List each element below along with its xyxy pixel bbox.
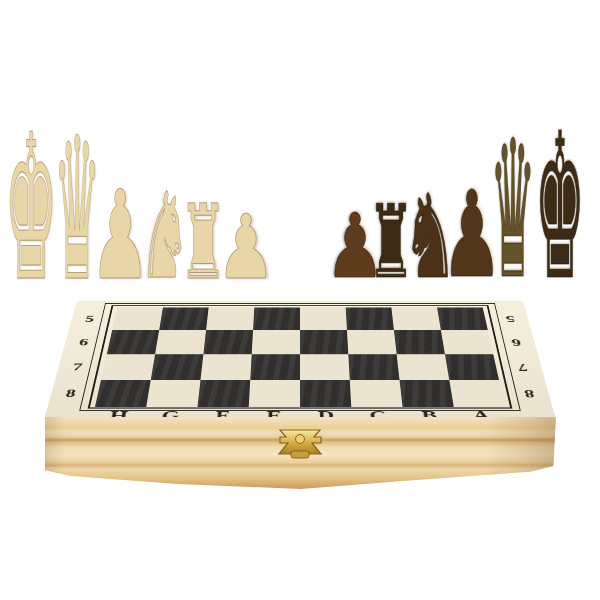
white-king-piece[interactable]: ♚ <box>4 108 58 309</box>
black-king-piece[interactable]: ♚ <box>535 107 585 308</box>
board-square-e7 <box>250 354 300 380</box>
board-square-a5 <box>437 307 488 330</box>
board-square-d5 <box>300 307 347 330</box>
board-square-g6 <box>155 330 206 354</box>
brass-clasp <box>271 427 329 463</box>
board-square-b6 <box>394 330 445 354</box>
board-square-a6 <box>441 330 493 354</box>
board-square-f5 <box>206 307 254 330</box>
board-square-d8 <box>300 380 351 407</box>
board-square-b8 <box>399 380 453 407</box>
white-pawn-2-piece[interactable]: ♟ <box>216 203 276 292</box>
board-square-c7 <box>348 354 399 380</box>
board-square-h8 <box>95 380 151 407</box>
board-square-f6 <box>203 330 253 354</box>
board-square-c5 <box>346 307 394 330</box>
board-square-e6 <box>252 330 300 354</box>
board-square-h5 <box>112 307 163 330</box>
board-square-f7 <box>201 354 252 380</box>
box-front-face <box>45 417 556 489</box>
board-square-a7 <box>445 354 499 380</box>
board-top-face: 5678 5678 HGFEDCBA <box>44 301 556 420</box>
rank-label-right-8: 8 <box>523 387 536 399</box>
board-square-g7 <box>151 354 204 380</box>
board-square-b5 <box>391 307 441 330</box>
rank-label-right-7: 7 <box>516 361 528 372</box>
board-square-e8 <box>249 380 300 407</box>
board-square-g8 <box>146 380 200 407</box>
board-square-f8 <box>197 380 250 407</box>
rank-label-left-6: 6 <box>78 337 90 348</box>
board-square-h6 <box>107 330 159 354</box>
checkerboard <box>95 307 505 406</box>
board-square-b7 <box>397 354 450 380</box>
board-square-g5 <box>159 307 209 330</box>
board-square-c6 <box>347 330 397 354</box>
product-photo: 5678 5678 HGFEDCBA <box>0 0 600 600</box>
brass-clasp-icon <box>271 427 329 463</box>
board-square-d6 <box>300 330 348 354</box>
board-square-h7 <box>101 354 155 380</box>
black-queen-piece[interactable]: ♛ <box>490 116 536 306</box>
rank-label-left-7: 7 <box>71 361 83 372</box>
board-square-a8 <box>449 380 505 407</box>
board-square-e5 <box>253 307 300 330</box>
rank-label-right-6: 6 <box>510 337 522 348</box>
rank-label-left-8: 8 <box>64 387 77 399</box>
board-square-c8 <box>350 380 403 407</box>
board-square-d7 <box>300 354 350 380</box>
